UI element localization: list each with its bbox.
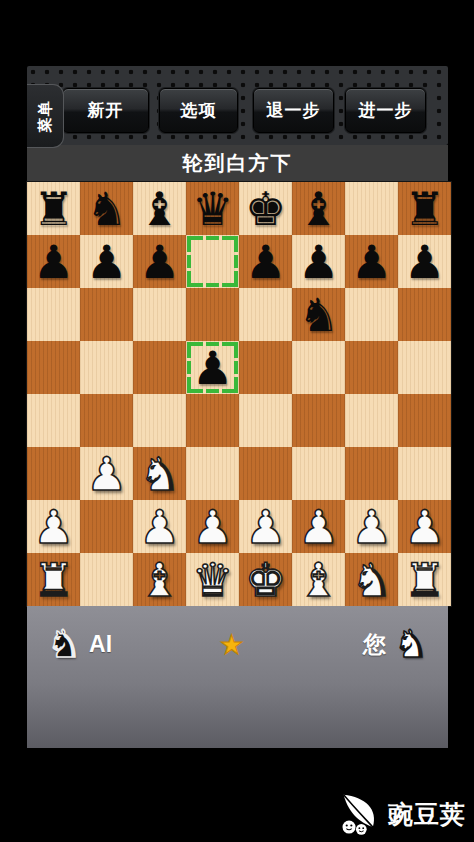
square-b4[interactable] (80, 394, 133, 447)
square-e3[interactable] (239, 447, 292, 500)
square-f5[interactable] (292, 341, 345, 394)
square-e8[interactable]: ♚ (239, 182, 292, 235)
square-b8[interactable]: ♞ (80, 182, 133, 235)
square-g3[interactable] (345, 447, 398, 500)
square-c3[interactable]: ♞ (133, 447, 186, 500)
pea-pod-logo-icon (336, 792, 382, 836)
square-d2[interactable]: ♟ (186, 500, 239, 553)
watermark-text: 豌豆荚 (388, 798, 466, 831)
white-knight: ♞ (139, 451, 180, 497)
square-d3[interactable] (186, 447, 239, 500)
square-g6[interactable] (345, 288, 398, 341)
undo-move-button[interactable]: 退一步 (253, 88, 334, 133)
square-a3[interactable] (27, 447, 80, 500)
square-f8[interactable]: ♝ (292, 182, 345, 235)
square-a8[interactable]: ♜ (27, 182, 80, 235)
square-d1[interactable]: ♛ (186, 553, 239, 606)
human-player-label: 您 (363, 629, 386, 660)
black-pawn: ♟ (33, 239, 74, 285)
white-rook: ♜ (404, 557, 445, 603)
human-player: 您 ♞ (355, 625, 428, 663)
black-pawn: ♟ (351, 239, 392, 285)
last-move-highlight (187, 236, 238, 287)
square-b7[interactable]: ♟ (80, 235, 133, 288)
status-bar: 轮到白方下 (27, 145, 448, 182)
square-d8[interactable]: ♛ (186, 182, 239, 235)
white-bishop: ♝ (298, 557, 339, 603)
square-c1[interactable]: ♝ (133, 553, 186, 606)
players-panel: ♞ AI ★ 您 ♞ (27, 606, 448, 748)
square-f2[interactable]: ♟ (292, 500, 345, 553)
black-rook: ♜ (33, 186, 74, 232)
black-pawn: ♟ (298, 239, 339, 285)
square-c8[interactable]: ♝ (133, 182, 186, 235)
square-c4[interactable] (133, 394, 186, 447)
square-e5[interactable] (239, 341, 292, 394)
ai-player-label: AI (89, 631, 112, 658)
square-a7[interactable]: ♟ (27, 235, 80, 288)
chess-board: ♜♞♝♛♚♝♜♟♟♟♟♟♟♟♞♟♟♞♟♟♟♟♟♟♟♜♝♛♚♝♞♜ (27, 182, 451, 606)
square-e2[interactable]: ♟ (239, 500, 292, 553)
square-g2[interactable]: ♟ (345, 500, 398, 553)
square-h4[interactable] (398, 394, 451, 447)
players-row: ♞ AI ★ 您 ♞ (27, 620, 448, 668)
square-f6[interactable]: ♞ (292, 288, 345, 341)
black-pawn: ♟ (245, 239, 286, 285)
options-button[interactable]: 选项 (159, 88, 238, 133)
app-screen: { "toolbar": { "menu_tab_label": "菜单", "… (0, 0, 474, 842)
black-bishop: ♝ (298, 186, 339, 232)
square-e6[interactable] (239, 288, 292, 341)
square-b3[interactable]: ♟ (80, 447, 133, 500)
square-e4[interactable] (239, 394, 292, 447)
square-b5[interactable] (80, 341, 133, 394)
white-pawn: ♟ (192, 504, 233, 550)
white-rook: ♜ (33, 557, 74, 603)
black-bishop: ♝ (139, 186, 180, 232)
square-b6[interactable] (80, 288, 133, 341)
square-d7[interactable] (186, 235, 239, 288)
white-king: ♚ (245, 557, 286, 603)
last-move-highlight (187, 342, 238, 393)
square-h5[interactable] (398, 341, 451, 394)
white-pawn: ♟ (245, 504, 286, 550)
turn-indicator-text: 轮到白方下 (183, 150, 293, 177)
black-knight-icon: ♞ (47, 625, 81, 663)
square-d4[interactable] (186, 394, 239, 447)
square-g5[interactable] (345, 341, 398, 394)
white-pawn: ♟ (351, 504, 392, 550)
black-rook: ♜ (404, 186, 445, 232)
black-pawn: ♟ (192, 345, 233, 391)
square-c2[interactable]: ♟ (133, 500, 186, 553)
square-c7[interactable]: ♟ (133, 235, 186, 288)
square-f4[interactable] (292, 394, 345, 447)
square-h1[interactable]: ♜ (398, 553, 451, 606)
white-pawn: ♟ (86, 451, 127, 497)
square-g1[interactable]: ♞ (345, 553, 398, 606)
black-pawn: ♟ (86, 239, 127, 285)
white-pawn: ♟ (404, 504, 445, 550)
square-a1[interactable]: ♜ (27, 553, 80, 606)
square-h7[interactable]: ♟ (398, 235, 451, 288)
square-f3[interactable] (292, 447, 345, 500)
square-g8[interactable] (345, 182, 398, 235)
square-e7[interactable]: ♟ (239, 235, 292, 288)
redo-move-button[interactable]: 进一步 (345, 88, 426, 133)
square-a5[interactable] (27, 341, 80, 394)
white-queen: ♛ (192, 557, 233, 603)
new-game-button[interactable]: 新开 (62, 88, 149, 133)
square-h2[interactable]: ♟ (398, 500, 451, 553)
white-bishop: ♝ (139, 557, 180, 603)
square-c5[interactable] (133, 341, 186, 394)
ai-player: ♞ AI (47, 625, 120, 663)
white-pawn: ♟ (33, 504, 74, 550)
square-h6[interactable] (398, 288, 451, 341)
square-c6[interactable] (133, 288, 186, 341)
menu-tab-label: 菜单 (36, 100, 55, 132)
square-e1[interactable]: ♚ (239, 553, 292, 606)
black-pawn: ♟ (139, 239, 180, 285)
square-a6[interactable] (27, 288, 80, 341)
square-a4[interactable] (27, 394, 80, 447)
watermark: 豌豆荚 (332, 790, 470, 838)
black-queen: ♛ (192, 186, 233, 232)
square-h8[interactable]: ♜ (398, 182, 451, 235)
square-h3[interactable] (398, 447, 451, 500)
square-b2[interactable] (80, 500, 133, 553)
menu-tab[interactable]: 菜单 (27, 84, 64, 148)
square-g7[interactable]: ♟ (345, 235, 398, 288)
square-d6[interactable] (186, 288, 239, 341)
black-knight: ♞ (298, 292, 339, 338)
square-f1[interactable]: ♝ (292, 553, 345, 606)
black-pawn: ♟ (404, 239, 445, 285)
difficulty-star-icon: ★ (114, 629, 349, 660)
square-g4[interactable] (345, 394, 398, 447)
white-pawn: ♟ (298, 504, 339, 550)
black-knight: ♞ (86, 186, 127, 232)
black-king: ♚ (245, 186, 286, 232)
square-a2[interactable]: ♟ (27, 500, 80, 553)
square-d5[interactable]: ♟ (186, 341, 239, 394)
white-knight: ♞ (351, 557, 392, 603)
white-pawn: ♟ (139, 504, 180, 550)
white-knight-icon: ♞ (394, 625, 428, 663)
square-b1[interactable] (80, 553, 133, 606)
square-f7[interactable]: ♟ (292, 235, 345, 288)
